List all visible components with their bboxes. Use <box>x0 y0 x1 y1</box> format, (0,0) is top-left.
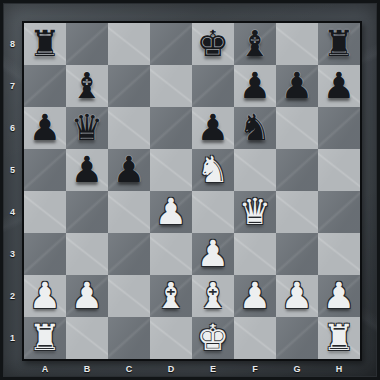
piece-white-bishop[interactable]: ♝ <box>197 275 229 317</box>
chess-board: ♜♚♝♜♝♟♟♟♟♛♟♞♟♟♞♟♛♟♟♟♝♝♟♟♟♜♚♜ <box>22 21 362 361</box>
piece-white-pawn[interactable]: ♟ <box>29 275 61 317</box>
square-b8[interactable] <box>66 23 108 65</box>
piece-white-rook[interactable]: ♜ <box>29 317 61 359</box>
piece-black-pawn[interactable]: ♟ <box>281 65 313 107</box>
square-f2[interactable]: ♟ <box>234 275 276 317</box>
square-h3[interactable] <box>318 233 360 275</box>
piece-white-pawn[interactable]: ♟ <box>71 275 103 317</box>
square-d3[interactable] <box>150 233 192 275</box>
piece-black-knight[interactable]: ♞ <box>239 107 271 149</box>
square-e8[interactable]: ♚ <box>192 23 234 65</box>
piece-white-king[interactable]: ♚ <box>197 317 229 359</box>
piece-black-king[interactable]: ♚ <box>197 23 229 65</box>
square-e1[interactable]: ♚ <box>192 317 234 359</box>
rank-label-4: 4 <box>5 191 20 233</box>
piece-black-bishop[interactable]: ♝ <box>71 65 103 107</box>
file-label-g: G <box>276 362 318 377</box>
rank-label-3: 3 <box>5 233 20 275</box>
square-e7[interactable] <box>192 65 234 107</box>
square-e4[interactable] <box>192 191 234 233</box>
square-c3[interactable] <box>108 233 150 275</box>
square-h1[interactable]: ♜ <box>318 317 360 359</box>
square-b6[interactable]: ♛ <box>66 107 108 149</box>
piece-black-bishop[interactable]: ♝ <box>239 23 271 65</box>
piece-black-pawn[interactable]: ♟ <box>29 107 61 149</box>
rank-label-7: 7 <box>5 65 20 107</box>
square-f8[interactable]: ♝ <box>234 23 276 65</box>
piece-white-knight[interactable]: ♞ <box>197 149 229 191</box>
square-f1[interactable] <box>234 317 276 359</box>
piece-black-pawn[interactable]: ♟ <box>323 65 355 107</box>
square-e5[interactable]: ♞ <box>192 149 234 191</box>
square-g3[interactable] <box>276 233 318 275</box>
square-b4[interactable] <box>66 191 108 233</box>
square-a8[interactable]: ♜ <box>24 23 66 65</box>
file-label-h: H <box>318 362 360 377</box>
square-d1[interactable] <box>150 317 192 359</box>
rank-labels: 87654321 <box>5 23 20 359</box>
square-d5[interactable] <box>150 149 192 191</box>
square-g6[interactable] <box>276 107 318 149</box>
piece-black-queen[interactable]: ♛ <box>71 107 103 149</box>
rank-label-8: 8 <box>5 23 20 65</box>
square-c7[interactable] <box>108 65 150 107</box>
square-e3[interactable]: ♟ <box>192 233 234 275</box>
piece-white-pawn[interactable]: ♟ <box>323 275 355 317</box>
rank-label-1: 1 <box>5 317 20 359</box>
square-b2[interactable]: ♟ <box>66 275 108 317</box>
square-f5[interactable] <box>234 149 276 191</box>
square-b5[interactable]: ♟ <box>66 149 108 191</box>
square-e6[interactable]: ♟ <box>192 107 234 149</box>
file-label-c: C <box>108 362 150 377</box>
piece-black-rook[interactable]: ♜ <box>323 23 355 65</box>
square-a1[interactable]: ♜ <box>24 317 66 359</box>
square-d7[interactable] <box>150 65 192 107</box>
piece-black-rook[interactable]: ♜ <box>29 23 61 65</box>
square-a7[interactable] <box>24 65 66 107</box>
piece-white-bishop[interactable]: ♝ <box>155 275 187 317</box>
square-c5[interactable]: ♟ <box>108 149 150 191</box>
piece-white-pawn[interactable]: ♟ <box>239 275 271 317</box>
square-a2[interactable]: ♟ <box>24 275 66 317</box>
square-c4[interactable] <box>108 191 150 233</box>
chess-app-window: 87654321 ♜♚♝♜♝♟♟♟♟♛♟♞♟♟♞♟♛♟♟♟♝♝♟♟♟♜♚♜ AB… <box>0 0 380 380</box>
rank-label-6: 6 <box>5 107 20 149</box>
square-h6[interactable] <box>318 107 360 149</box>
piece-black-pawn[interactable]: ♟ <box>239 65 271 107</box>
square-f3[interactable] <box>234 233 276 275</box>
piece-white-pawn[interactable]: ♟ <box>155 191 187 233</box>
square-h5[interactable] <box>318 149 360 191</box>
rank-label-2: 2 <box>5 275 20 317</box>
piece-white-queen[interactable]: ♛ <box>239 191 271 233</box>
square-f6[interactable]: ♞ <box>234 107 276 149</box>
square-d8[interactable] <box>150 23 192 65</box>
square-g4[interactable] <box>276 191 318 233</box>
square-g8[interactable] <box>276 23 318 65</box>
square-d2[interactable]: ♝ <box>150 275 192 317</box>
square-g7[interactable]: ♟ <box>276 65 318 107</box>
square-c2[interactable] <box>108 275 150 317</box>
file-label-a: A <box>24 362 66 377</box>
file-label-d: D <box>150 362 192 377</box>
square-d6[interactable] <box>150 107 192 149</box>
square-e2[interactable]: ♝ <box>192 275 234 317</box>
square-h4[interactable] <box>318 191 360 233</box>
file-label-f: F <box>234 362 276 377</box>
square-f7[interactable]: ♟ <box>234 65 276 107</box>
square-b1[interactable] <box>66 317 108 359</box>
square-f4[interactable]: ♛ <box>234 191 276 233</box>
square-c8[interactable] <box>108 23 150 65</box>
square-b3[interactable] <box>66 233 108 275</box>
square-a3[interactable] <box>24 233 66 275</box>
piece-black-pawn[interactable]: ♟ <box>197 107 229 149</box>
square-h8[interactable]: ♜ <box>318 23 360 65</box>
square-c1[interactable] <box>108 317 150 359</box>
square-a5[interactable] <box>24 149 66 191</box>
square-c6[interactable] <box>108 107 150 149</box>
piece-black-pawn[interactable]: ♟ <box>71 149 103 191</box>
file-labels: ABCDEFGH <box>24 362 360 377</box>
square-b7[interactable]: ♝ <box>66 65 108 107</box>
square-a6[interactable]: ♟ <box>24 107 66 149</box>
piece-white-pawn[interactable]: ♟ <box>281 275 313 317</box>
rank-label-5: 5 <box>5 149 20 191</box>
square-h7[interactable]: ♟ <box>318 65 360 107</box>
piece-white-rook[interactable]: ♜ <box>323 317 355 359</box>
square-g2[interactable]: ♟ <box>276 275 318 317</box>
piece-white-pawn[interactable]: ♟ <box>197 233 229 275</box>
square-g5[interactable] <box>276 149 318 191</box>
piece-black-pawn[interactable]: ♟ <box>113 149 145 191</box>
square-h2[interactable]: ♟ <box>318 275 360 317</box>
square-d4[interactable]: ♟ <box>150 191 192 233</box>
square-a4[interactable] <box>24 191 66 233</box>
square-g1[interactable] <box>276 317 318 359</box>
file-label-b: B <box>66 362 108 377</box>
file-label-e: E <box>192 362 234 377</box>
